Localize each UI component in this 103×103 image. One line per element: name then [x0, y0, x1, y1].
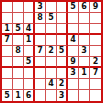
cell-r8c2[interactable]: [13, 79, 24, 90]
cell-r9c7[interactable]: [68, 90, 79, 101]
cell-r2c3[interactable]: [24, 13, 35, 24]
cell-r8c7[interactable]: [68, 79, 79, 90]
cell-r7c5[interactable]: [46, 68, 57, 79]
cell-r3c6[interactable]: [57, 24, 68, 35]
cell-r7c4[interactable]: [35, 68, 46, 79]
cell-r4c1[interactable]: 7: [2, 35, 13, 46]
cell-r9c2[interactable]: 1: [13, 90, 24, 101]
cell-r5c8[interactable]: 3: [79, 46, 90, 57]
cell-r8c1[interactable]: [2, 79, 13, 90]
cell-r6c2[interactable]: [13, 57, 24, 68]
cell-r9c4[interactable]: [35, 90, 46, 101]
cell-r1c7[interactable]: 5: [68, 2, 79, 13]
cell-r6c1[interactable]: [2, 57, 13, 68]
cell-r3c4[interactable]: [35, 24, 46, 35]
cell-r5c1[interactable]: [2, 46, 13, 57]
cell-r1c6[interactable]: [57, 2, 68, 13]
cell-r6c4[interactable]: [35, 57, 46, 68]
cell-r3c9[interactable]: [90, 24, 101, 35]
cell-r4c3[interactable]: 1: [24, 35, 35, 46]
cell-r5c4[interactable]: 7: [35, 46, 46, 57]
cell-r3c1[interactable]: 1: [2, 24, 13, 35]
cell-r1c4[interactable]: 3: [35, 2, 46, 13]
cell-r1c3[interactable]: [24, 2, 35, 13]
cell-r9c8[interactable]: [79, 90, 90, 101]
cell-r2c9[interactable]: [90, 13, 101, 24]
cell-r1c8[interactable]: 6: [79, 2, 90, 13]
cell-r6c8[interactable]: [79, 57, 90, 68]
cell-r7c1[interactable]: [2, 68, 13, 79]
cell-r7c6[interactable]: [57, 68, 68, 79]
cell-r6c5[interactable]: [46, 57, 57, 68]
cell-r3c3[interactable]: 4: [24, 24, 35, 35]
cell-r3c8[interactable]: [79, 24, 90, 35]
cell-r9c3[interactable]: 6: [24, 90, 35, 101]
cell-r5c9[interactable]: [90, 46, 101, 57]
cell-r1c5[interactable]: [46, 2, 57, 13]
cell-r6c9[interactable]: 2: [90, 57, 101, 68]
cell-r2c8[interactable]: [79, 13, 90, 24]
cell-r5c3[interactable]: [24, 46, 35, 57]
cell-r2c5[interactable]: 5: [46, 13, 57, 24]
cell-r5c7[interactable]: [68, 46, 79, 57]
cell-r7c2[interactable]: [13, 68, 24, 79]
cell-r4c8[interactable]: [79, 35, 90, 46]
sudoku-board: 35698515471487253592317425163: [0, 0, 103, 103]
cell-r4c5[interactable]: [46, 35, 57, 46]
cell-r4c6[interactable]: [57, 35, 68, 46]
cell-r3c5[interactable]: [46, 24, 57, 35]
cell-r1c9[interactable]: 9: [90, 2, 101, 13]
cell-r3c2[interactable]: 5: [13, 24, 24, 35]
cell-r8c4[interactable]: [35, 79, 46, 90]
cell-r5c6[interactable]: 5: [57, 46, 68, 57]
cell-r9c6[interactable]: 3: [57, 90, 68, 101]
cell-r7c3[interactable]: [24, 68, 35, 79]
cell-r9c5[interactable]: [46, 90, 57, 101]
cell-r8c6[interactable]: 2: [57, 79, 68, 90]
cell-r2c1[interactable]: [2, 13, 13, 24]
cell-r4c2[interactable]: [13, 35, 24, 46]
cell-r2c7[interactable]: [68, 13, 79, 24]
cell-r8c8[interactable]: [79, 79, 90, 90]
cell-r9c9[interactable]: [90, 90, 101, 101]
cell-r4c4[interactable]: [35, 35, 46, 46]
cell-r8c9[interactable]: [90, 79, 101, 90]
cell-r2c4[interactable]: 8: [35, 13, 46, 24]
cell-r1c1[interactable]: [2, 2, 13, 13]
cell-r6c7[interactable]: 9: [68, 57, 79, 68]
cell-r6c3[interactable]: 5: [24, 57, 35, 68]
cell-r6c6[interactable]: [57, 57, 68, 68]
cell-r4c9[interactable]: [90, 35, 101, 46]
cell-r1c2[interactable]: [13, 2, 24, 13]
cell-r3c7[interactable]: [68, 24, 79, 35]
cell-r9c1[interactable]: 5: [2, 90, 13, 101]
cell-r5c5[interactable]: 2: [46, 46, 57, 57]
cell-r8c3[interactable]: [24, 79, 35, 90]
cell-r2c6[interactable]: [57, 13, 68, 24]
cell-r4c7[interactable]: 4: [68, 35, 79, 46]
cell-r7c9[interactable]: 7: [90, 68, 101, 79]
cell-r2c2[interactable]: [13, 13, 24, 24]
cell-r7c7[interactable]: 3: [68, 68, 79, 79]
cell-r7c8[interactable]: 1: [79, 68, 90, 79]
cell-r5c2[interactable]: 8: [13, 46, 24, 57]
cell-r8c5[interactable]: 4: [46, 79, 57, 90]
